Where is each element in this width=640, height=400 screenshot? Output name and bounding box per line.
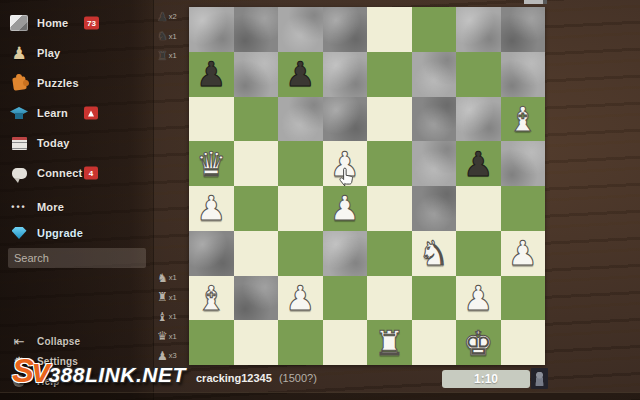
square-f6-fog[interactable] (412, 97, 457, 142)
bottom-edge (0, 392, 640, 400)
white-pawn-d5[interactable]: ♟ (330, 142, 360, 186)
dots-icon: ••• (9, 197, 29, 217)
captured-count: x1 (169, 332, 177, 341)
square-d3-fog[interactable] (323, 231, 368, 276)
collapse-icon: ⇤ (9, 331, 29, 351)
square-c4[interactable] (278, 186, 323, 231)
square-h3[interactable]: ♟ (501, 231, 546, 276)
black-pawn-g5[interactable]: ♟ (463, 142, 493, 186)
flame-badge-icon (88, 110, 94, 116)
square-c3[interactable] (278, 231, 323, 276)
player-avatar (531, 368, 548, 389)
square-f4-fog[interactable] (412, 186, 457, 231)
chat-icon (9, 163, 29, 183)
square-g4[interactable] (456, 186, 501, 231)
square-b1[interactable] (234, 320, 279, 365)
square-g1[interactable]: ♚ (456, 320, 501, 365)
square-f1[interactable] (412, 320, 457, 365)
puzzle-icon (9, 73, 29, 93)
cropped-ui-element (524, 0, 547, 4)
square-g6-fog[interactable] (456, 97, 501, 142)
captured-white-knight: ♞x1 (157, 268, 177, 288)
square-e8[interactable] (367, 7, 412, 52)
square-a8-fog[interactable] (189, 7, 234, 52)
square-d2[interactable] (323, 276, 368, 321)
square-c5[interactable] (278, 141, 323, 186)
captured-count: x1 (169, 51, 177, 60)
app-screen: Home73♟PlayPuzzlesLearnTodayConnect4•••M… (0, 0, 640, 400)
square-d5[interactable]: ♟ (323, 141, 368, 186)
captured-count: x1 (169, 273, 177, 282)
square-e1[interactable]: ♜ (367, 320, 412, 365)
white-bishop-h6[interactable]: ♝ (508, 97, 538, 141)
white-queen-a5[interactable]: ♛ (196, 142, 226, 186)
square-e6[interactable] (367, 97, 412, 142)
black-knight-icon: ♞ (157, 30, 168, 42)
square-a6[interactable] (189, 97, 234, 142)
captured-white-queen: ♛x1 (157, 327, 177, 347)
square-b6[interactable] (234, 97, 279, 142)
news-icon (9, 133, 29, 153)
sidebar-item-label: Home (37, 17, 68, 29)
sidebar-item-label: More (37, 201, 64, 213)
sidebar-item-home[interactable]: Home73 (0, 8, 154, 38)
square-a3-fog[interactable] (189, 231, 234, 276)
square-f8[interactable] (412, 7, 457, 52)
square-e5[interactable] (367, 141, 412, 186)
square-f2[interactable] (412, 276, 457, 321)
square-h1[interactable] (501, 320, 546, 365)
sidebar-item-label: Upgrade (37, 227, 83, 239)
white-pawn-a4[interactable]: ♟ (196, 186, 226, 230)
player-rating: (1500?) (279, 372, 317, 384)
captured-count: x1 (169, 312, 177, 321)
square-h6[interactable]: ♝ (501, 97, 546, 142)
home-icon (9, 13, 29, 33)
white-pawn-h3[interactable]: ♟ (508, 231, 538, 275)
square-a2[interactable]: ♝ (189, 276, 234, 321)
sidebar-item-learn[interactable]: Learn (0, 98, 154, 128)
square-g3[interactable] (456, 231, 501, 276)
square-b5[interactable] (234, 141, 279, 186)
square-e2[interactable] (367, 276, 412, 321)
captured-black-rook: ♜x1 (157, 46, 177, 66)
sidebar-item-connect[interactable]: Connect4 (0, 158, 154, 188)
black-pawn-a7[interactable]: ♟ (196, 52, 226, 96)
square-b3[interactable] (234, 231, 279, 276)
square-c8-fog[interactable] (278, 7, 323, 52)
question-icon: ? (9, 371, 29, 391)
square-d6-fog[interactable] (323, 97, 368, 142)
square-c7[interactable]: ♟ (278, 52, 323, 97)
white-bishop-a2[interactable]: ♝ (196, 276, 226, 320)
square-a7[interactable]: ♟ (189, 52, 234, 97)
sidebar: Home73♟PlayPuzzlesLearnTodayConnect4•••M… (0, 0, 154, 400)
square-f5-fog[interactable] (412, 141, 457, 186)
square-b2-fog[interactable] (234, 276, 279, 321)
captured-white-bishop: ♝x1 (157, 307, 177, 327)
notification-badge: 4 (84, 167, 98, 180)
square-h8-fog[interactable] (501, 7, 546, 52)
square-d1[interactable] (323, 320, 368, 365)
square-c6-fog[interactable] (278, 97, 323, 142)
notification-badge: 73 (84, 17, 99, 30)
captured-pieces-top-tray: ♟x2♞x1♜x1 (157, 7, 177, 66)
sidebar-item-today[interactable]: Today (0, 128, 154, 158)
chess-board: ♟♟♝♛♟♟♟♟♞♟♝♟♟♜♚ (189, 7, 545, 365)
sidebar-item-settings[interactable]: ⚙Settings (0, 352, 154, 370)
captured-count: x2 (169, 12, 177, 21)
sidebar-item-collapse[interactable]: ⇤Collapse (0, 332, 154, 350)
search-input[interactable] (8, 248, 146, 268)
square-d7-fog[interactable] (323, 52, 368, 97)
sidebar-item-label: Learn (37, 107, 68, 119)
captured-black-knight: ♞x1 (157, 27, 177, 47)
sidebar-item-label: Today (37, 137, 70, 149)
player-name: cracking12345 (196, 372, 272, 384)
captured-black-pawn: ♟x2 (157, 7, 177, 27)
white-knight-f3[interactable]: ♞ (419, 231, 449, 275)
white-pawn-g2[interactable]: ♟ (463, 276, 493, 320)
square-a4[interactable]: ♟ (189, 186, 234, 231)
square-h2[interactable] (501, 276, 546, 321)
square-f3[interactable]: ♞ (412, 231, 457, 276)
sidebar-item-label: Help (37, 376, 59, 387)
square-d8-fog[interactable] (323, 7, 368, 52)
white-knight-icon: ♞ (157, 272, 168, 284)
sidebar-item-label: Connect (37, 167, 82, 179)
square-e3[interactable] (367, 231, 412, 276)
white-queen-icon: ♛ (157, 330, 168, 342)
white-king-g1[interactable]: ♚ (463, 321, 493, 365)
square-h4[interactable] (501, 186, 546, 231)
sidebar-item-label: Settings (37, 356, 78, 367)
square-a1[interactable] (189, 320, 234, 365)
captured-white-rook: ♜x1 (157, 288, 177, 308)
square-d4[interactable]: ♟ (323, 186, 368, 231)
square-b8-fog[interactable] (234, 7, 279, 52)
captured-count: x1 (169, 293, 177, 302)
square-b4[interactable] (234, 186, 279, 231)
gem-icon (9, 223, 29, 243)
square-e7[interactable] (367, 52, 412, 97)
square-e4[interactable] (367, 186, 412, 231)
sidebar-item-play[interactable]: ♟Play (0, 38, 154, 68)
white-rook-icon: ♜ (157, 291, 168, 303)
white-rook-e1[interactable]: ♜ (374, 321, 404, 365)
black-pawn-icon: ♟ (157, 11, 168, 23)
play-pawn-icon: ♟ (9, 43, 29, 63)
square-h7-fog[interactable] (501, 52, 546, 97)
captured-white-pawn: ♟x3 (157, 346, 177, 366)
square-g7[interactable] (456, 52, 501, 97)
square-g8-fog[interactable] (456, 7, 501, 52)
sidebar-item-label: Puzzles (37, 77, 79, 89)
square-c2[interactable]: ♟ (278, 276, 323, 321)
sidebar-item-puzzles[interactable]: Puzzles (0, 68, 154, 98)
sidebar-item-help[interactable]: ?Help (0, 372, 154, 390)
gear-icon: ⚙ (9, 351, 29, 371)
notification-badge (84, 107, 98, 120)
white-pawn-c2[interactable]: ♟ (285, 276, 315, 320)
square-h5-fog[interactable] (501, 141, 546, 186)
black-rook-icon: ♜ (157, 50, 168, 62)
white-pawn-d4[interactable]: ♟ (330, 186, 360, 230)
black-pawn-c7[interactable]: ♟ (285, 52, 315, 96)
square-g2[interactable]: ♟ (456, 276, 501, 321)
sidebar-item-label: Play (37, 47, 60, 59)
player-info: cracking12345 (1500?) (196, 372, 317, 384)
captured-count: x3 (169, 351, 177, 360)
sidebar-item-label: Collapse (37, 336, 80, 347)
learn-cap-icon (9, 103, 29, 123)
square-f7-fog[interactable] (412, 52, 457, 97)
white-pawn-icon: ♟ (157, 350, 168, 362)
player-clock: 1:10 (442, 370, 530, 388)
square-g5[interactable]: ♟ (456, 141, 501, 186)
square-c1[interactable] (278, 320, 323, 365)
captured-count: x1 (169, 32, 177, 41)
square-b7-fog[interactable] (234, 52, 279, 97)
white-bishop-icon: ♝ (157, 311, 168, 323)
captured-pieces-bottom-tray: ♞x1♜x1♝x1♛x1♟x3 (157, 268, 177, 366)
sidebar-item-upgrade[interactable]: Upgrade (0, 218, 154, 248)
square-a5[interactable]: ♛ (189, 141, 234, 186)
